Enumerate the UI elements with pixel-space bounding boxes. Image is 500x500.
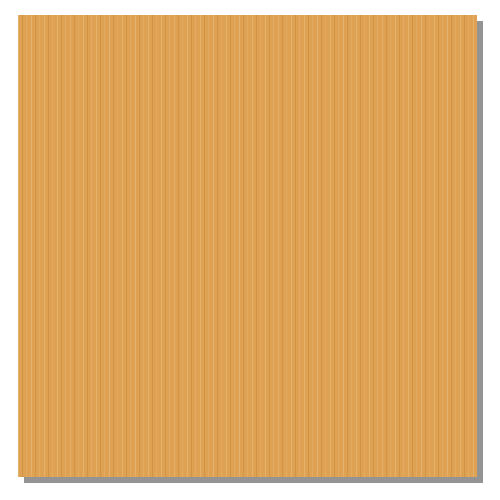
board-grid [19, 20, 475, 476]
goban [18, 15, 477, 477]
page [0, 0, 500, 500]
